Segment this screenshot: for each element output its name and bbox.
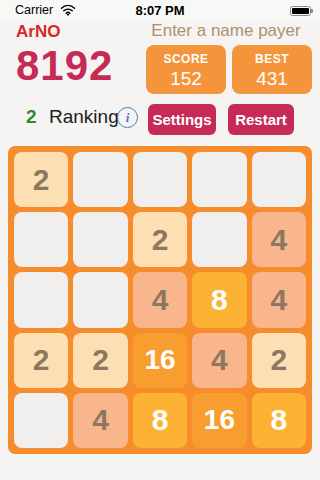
player-name: ArNO xyxy=(16,22,60,42)
empty-cell xyxy=(133,152,187,207)
score-value: 152 xyxy=(146,68,226,90)
tile-4: 4 xyxy=(192,333,246,388)
tile-16: 16 xyxy=(192,393,246,448)
info-icon[interactable]: i xyxy=(117,107,138,128)
tile-2: 2 xyxy=(14,333,68,388)
app-screen: Carrier 8:07 PM ArNO 8192 SCORE 152 BEST… xyxy=(0,0,320,480)
score-box: SCORE 152 xyxy=(146,45,226,94)
best-label: BEST xyxy=(232,52,312,66)
empty-cell xyxy=(14,212,68,267)
empty-cell xyxy=(73,272,127,327)
tile-2: 2 xyxy=(73,333,127,388)
empty-cell xyxy=(14,393,68,448)
tile-4: 4 xyxy=(252,212,306,267)
empty-cell xyxy=(73,152,127,207)
empty-cell xyxy=(252,152,306,207)
restart-button[interactable]: Restart xyxy=(228,104,294,135)
tile-8: 8 xyxy=(192,272,246,327)
tile-2: 2 xyxy=(14,152,68,207)
best-value: 431 xyxy=(232,68,312,90)
empty-cell xyxy=(14,272,68,327)
game-title: 8192 xyxy=(16,42,113,90)
tile-2: 2 xyxy=(252,333,306,388)
status-bar: Carrier 8:07 PM xyxy=(0,0,320,20)
empty-cell xyxy=(192,152,246,207)
name-input[interactable] xyxy=(140,20,312,42)
score-label: SCORE xyxy=(146,52,226,66)
settings-button[interactable]: Settings xyxy=(148,104,216,135)
battery-icon xyxy=(290,6,311,16)
tile-16: 16 xyxy=(133,333,187,388)
tile-4: 4 xyxy=(133,272,187,327)
empty-cell xyxy=(73,212,127,267)
tile-8: 8 xyxy=(252,393,306,448)
tile-4: 4 xyxy=(73,393,127,448)
empty-cell xyxy=(192,212,246,267)
best-box: BEST 431 xyxy=(232,45,312,94)
ranking-label: Ranking xyxy=(49,106,119,128)
game-board[interactable]: 22448422164248168 xyxy=(8,146,312,454)
tile-8: 8 xyxy=(133,393,187,448)
ranking-value: 2 xyxy=(26,106,37,128)
tile-4: 4 xyxy=(252,272,306,327)
clock: 8:07 PM xyxy=(0,3,320,18)
tile-2: 2 xyxy=(133,212,187,267)
